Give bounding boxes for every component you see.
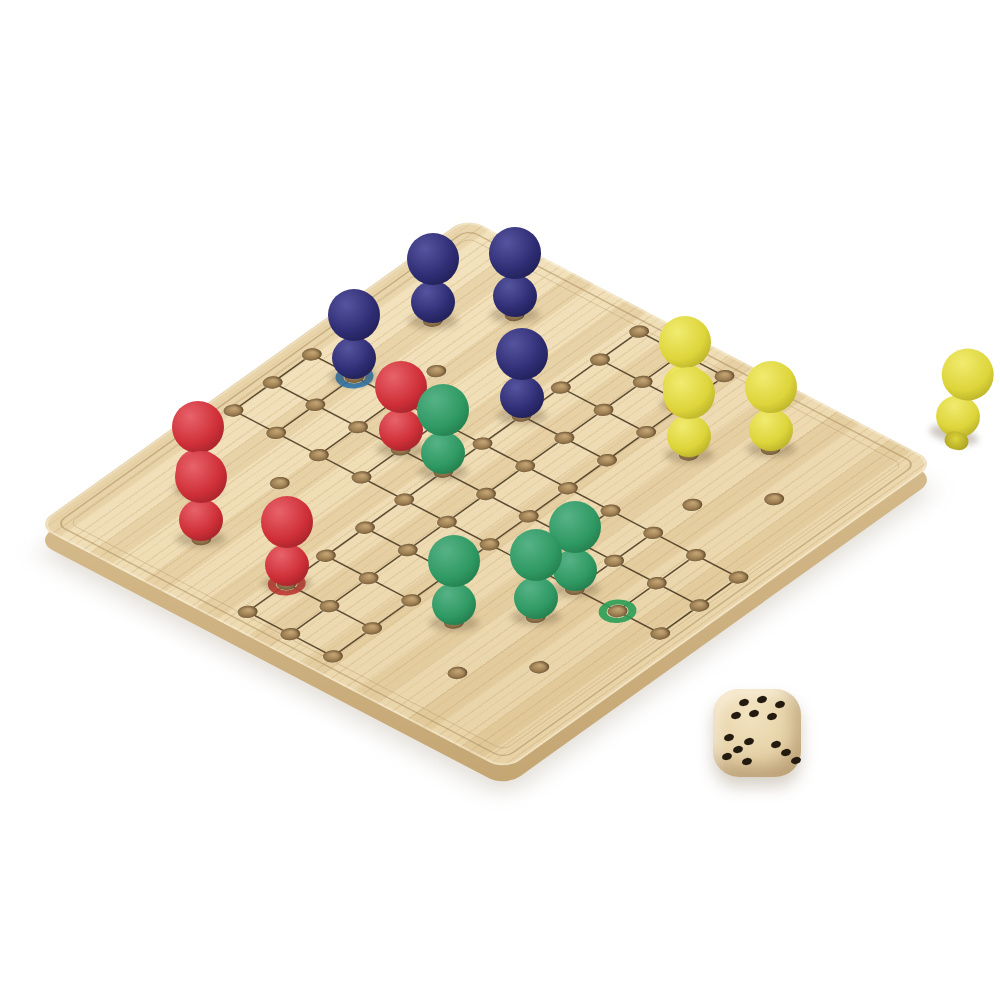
blue-peg-head	[496, 328, 548, 380]
yellow-peg-head	[659, 316, 711, 368]
red-peg-head	[175, 451, 227, 503]
yellow-peg-head	[663, 367, 715, 419]
die-pip-top-face	[730, 711, 742, 720]
blue-peg[interactable]	[405, 233, 461, 327]
yellow-peg[interactable]	[661, 367, 717, 461]
scene	[0, 0, 1000, 1000]
blue-peg-head	[328, 289, 380, 341]
yellow-peg-base	[749, 409, 793, 451]
board-hole	[525, 659, 553, 676]
die-pip-left-face	[723, 733, 735, 742]
red-peg-base	[265, 544, 309, 586]
green-peg[interactable]	[426, 535, 482, 629]
die-pip-left-face	[741, 757, 753, 766]
die-pip-right-face	[780, 748, 792, 757]
red-peg-head	[261, 496, 313, 548]
blue-peg-base	[332, 337, 376, 379]
blue-peg[interactable]	[487, 227, 543, 321]
board-hole	[443, 664, 471, 681]
yellow-peg-head	[937, 343, 999, 405]
die-pip-top-face	[766, 712, 778, 721]
green-peg-base	[514, 577, 558, 619]
green-peg-head	[417, 384, 469, 436]
red-peg[interactable]	[259, 496, 315, 590]
blue-peg-base	[500, 376, 544, 418]
yellow-peg-base	[667, 415, 711, 457]
board-hole	[266, 474, 294, 491]
blue-peg-base	[411, 281, 455, 323]
green-peg-base	[432, 583, 476, 625]
yellow-peg-head	[745, 361, 797, 413]
blue-peg-base	[493, 275, 537, 317]
red-peg[interactable]	[173, 451, 229, 545]
board-hole	[678, 496, 706, 513]
green-peg[interactable]	[508, 529, 564, 623]
red-peg-head	[172, 401, 224, 453]
die-pip-left-face	[721, 752, 733, 761]
green-peg[interactable]	[415, 384, 471, 478]
die-pip-left-face	[732, 745, 744, 754]
yellow-peg[interactable]	[743, 361, 799, 455]
die-pip-top-face	[748, 709, 760, 718]
die-pip-right-face	[790, 756, 802, 765]
die-pip-top-face	[738, 698, 750, 707]
die-pip-left-face	[743, 737, 755, 746]
die[interactable]	[713, 689, 801, 777]
green-peg-base	[421, 432, 465, 474]
board-hole	[760, 490, 788, 507]
blue-peg-head	[407, 233, 459, 285]
die-pip-top-face	[774, 700, 786, 709]
blue-peg[interactable]	[494, 328, 550, 422]
die-pip-top-face	[756, 695, 768, 704]
green-peg-head	[428, 535, 480, 587]
green-peg-head	[510, 529, 562, 581]
die-pip-right-face	[770, 740, 782, 749]
blue-peg-head	[489, 227, 541, 279]
yellow-peg[interactable]	[925, 343, 1000, 447]
